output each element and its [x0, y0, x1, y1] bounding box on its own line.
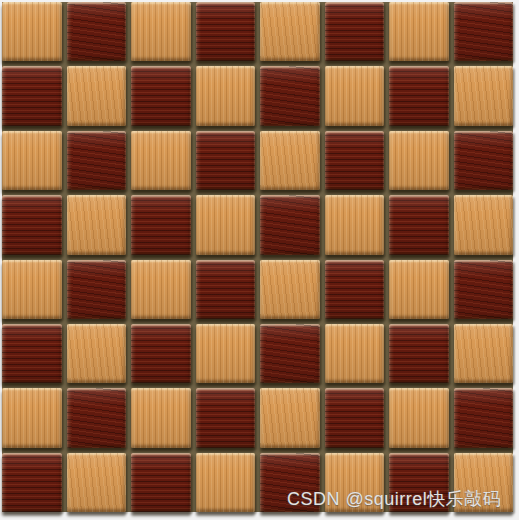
square-b6 [67, 131, 127, 190]
square-h6 [454, 131, 514, 190]
square-f3 [325, 324, 385, 383]
square-c3 [131, 324, 191, 383]
square-e8 [260, 2, 320, 61]
square-h5 [454, 195, 514, 254]
square-d7 [196, 66, 256, 125]
square-g2 [389, 388, 449, 447]
square-c2 [131, 388, 191, 447]
square-f4 [325, 260, 385, 319]
square-d4 [196, 260, 256, 319]
square-h3 [454, 324, 514, 383]
square-b5 [67, 195, 127, 254]
page-background: CSDN @squirrel快乐敲码 [0, 0, 519, 520]
square-g8 [389, 2, 449, 61]
square-c1 [131, 453, 191, 512]
square-f2 [325, 388, 385, 447]
square-d3 [196, 324, 256, 383]
square-b3 [67, 324, 127, 383]
square-f5 [325, 195, 385, 254]
watermark-text: CSDN @squirrel快乐敲码 [287, 487, 501, 511]
square-h4 [454, 260, 514, 319]
square-c6 [131, 131, 191, 190]
square-a7 [2, 66, 62, 125]
square-f6 [325, 131, 385, 190]
square-g3 [389, 324, 449, 383]
square-h8 [454, 2, 514, 61]
square-b2 [67, 388, 127, 447]
square-g6 [389, 131, 449, 190]
square-e5 [260, 195, 320, 254]
square-h2 [454, 388, 514, 447]
square-e2 [260, 388, 320, 447]
square-c8 [131, 2, 191, 61]
square-g7 [389, 66, 449, 125]
square-d8 [196, 2, 256, 61]
square-d2 [196, 388, 256, 447]
square-f7 [325, 66, 385, 125]
square-b8 [67, 2, 127, 61]
square-b4 [67, 260, 127, 319]
square-f8 [325, 2, 385, 61]
square-b1 [67, 453, 127, 512]
square-d6 [196, 131, 256, 190]
square-e7 [260, 66, 320, 125]
square-h7 [454, 66, 514, 125]
square-e3 [260, 324, 320, 383]
chessboard [2, 2, 513, 512]
square-a4 [2, 260, 62, 319]
square-g5 [389, 195, 449, 254]
square-a2 [2, 388, 62, 447]
square-a6 [2, 131, 62, 190]
square-c4 [131, 260, 191, 319]
square-d1 [196, 453, 256, 512]
square-b7 [67, 66, 127, 125]
square-e4 [260, 260, 320, 319]
square-g4 [389, 260, 449, 319]
square-a1 [2, 453, 62, 512]
square-c7 [131, 66, 191, 125]
square-a8 [2, 2, 62, 61]
square-d5 [196, 195, 256, 254]
square-e6 [260, 131, 320, 190]
square-c5 [131, 195, 191, 254]
square-a3 [2, 324, 62, 383]
square-a5 [2, 195, 62, 254]
